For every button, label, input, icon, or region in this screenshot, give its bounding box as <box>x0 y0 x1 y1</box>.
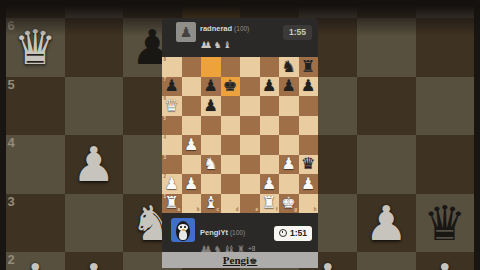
bg-square-b2: ♟ <box>65 252 124 270</box>
square-e2[interactable] <box>240 174 260 194</box>
rank-label-3: 3 <box>164 156 167 161</box>
square-f7[interactable]: ♟ <box>260 77 280 97</box>
piece-white-p-b2[interactable]: ♟ <box>184 176 198 192</box>
player-top-rating: (100) <box>234 25 249 32</box>
rank-label-1: 1 <box>164 195 167 200</box>
square-c1[interactable]: c♝ <box>201 194 221 214</box>
square-b7[interactable] <box>182 77 202 97</box>
square-a8[interactable]: 8 <box>162 57 182 77</box>
square-d2[interactable] <box>221 174 241 194</box>
bg-square-a4: 4 <box>6 135 65 194</box>
square-c2[interactable] <box>201 174 221 194</box>
square-f2[interactable]: ♟ <box>260 174 280 194</box>
piece-black-r-h8[interactable]: ♜ <box>301 59 315 75</box>
piece-white-p-a2[interactable]: ♟ <box>165 176 179 192</box>
square-b1[interactable]: b <box>182 194 202 214</box>
square-b5[interactable] <box>182 116 202 136</box>
bg-piece-black-q-h3: ♛ <box>423 199 466 247</box>
logo-strip: Pengi♚ <box>162 252 318 268</box>
captured-n-icon: ♞ <box>214 41 222 50</box>
square-g6[interactable] <box>279 96 299 116</box>
bg-square-g3: ♟ <box>357 194 416 253</box>
square-b6[interactable] <box>182 96 202 116</box>
piece-white-q-a6[interactable]: ♛ <box>165 98 179 114</box>
piece-white-p-b4[interactable]: ♟ <box>184 137 198 153</box>
square-c8[interactable] <box>201 57 221 77</box>
file-label-b: b <box>197 208 200 213</box>
bg-square-a5: 5 <box>6 77 65 136</box>
bg-piece-white-p-b2: ♟ <box>72 257 115 270</box>
bg-square-h2: ♟ <box>416 252 475 270</box>
square-d5[interactable] <box>221 116 241 136</box>
bg-square-a3: 3 <box>6 194 65 253</box>
rank-label-7: 7 <box>164 78 167 83</box>
piece-black-p-h7[interactable]: ♟ <box>301 78 315 94</box>
piece-black-p-c6[interactable]: ♟ <box>204 98 218 114</box>
square-f8[interactable] <box>260 57 280 77</box>
square-e7[interactable] <box>240 77 260 97</box>
square-g3[interactable]: ♟ <box>279 155 299 175</box>
piece-black-k-d7[interactable]: ♚ <box>223 78 237 94</box>
file-label-a: a <box>177 208 180 213</box>
square-c5[interactable] <box>201 116 221 136</box>
piece-white-r-f1[interactable]: ♜ <box>262 195 276 211</box>
square-f6[interactable] <box>260 96 280 116</box>
square-d8[interactable] <box>221 57 241 77</box>
bg-square-h4 <box>416 135 475 194</box>
square-f1[interactable]: f♜ <box>260 194 280 214</box>
square-e3[interactable] <box>240 155 260 175</box>
square-h5[interactable] <box>299 116 319 136</box>
square-d1[interactable]: d <box>221 194 241 214</box>
square-f3[interactable] <box>260 155 280 175</box>
piece-white-p-g3[interactable]: ♟ <box>282 156 296 172</box>
bg-piece-white-p-h2: ♟ <box>423 257 466 270</box>
square-c4[interactable] <box>201 135 221 155</box>
square-a3[interactable]: 3 <box>162 155 182 175</box>
game-card: ♟ radnerad(100) ♟♟♞♝ 1:55 8♞♜7♟♟♚♟♟♟6♛♟5… <box>162 18 318 252</box>
rank-label-6: 6 <box>164 97 167 102</box>
square-e4[interactable] <box>240 135 260 155</box>
square-e6[interactable] <box>240 96 260 116</box>
square-g2[interactable] <box>279 174 299 194</box>
bg-piece-white-p-a2: ♟ <box>14 257 57 270</box>
square-e8[interactable] <box>240 57 260 77</box>
square-d3[interactable] <box>221 155 241 175</box>
rank-label-8: 8 <box>164 58 167 63</box>
player-top-name: radnerad(100) <box>200 24 249 33</box>
captured-b-icon: ♝ <box>223 41 231 50</box>
bg-piece-white-p-g3: ♟ <box>365 199 408 247</box>
square-g7[interactable]: ♟ <box>279 77 299 97</box>
piece-black-p-g7[interactable]: ♟ <box>282 78 296 94</box>
player-bottom-rating: (100) <box>230 229 245 236</box>
square-d7[interactable]: ♚ <box>221 77 241 97</box>
square-h2[interactable]: ♟ <box>299 174 319 194</box>
square-a7[interactable]: 7♟ <box>162 77 182 97</box>
square-h8[interactable]: ♜ <box>299 57 319 77</box>
square-f4[interactable] <box>260 135 280 155</box>
chess-board: 8♞♜7♟♟♚♟♟♟6♛♟54♟3♞♟♛2♟♟♟♟1a♜bc♝def♜g♚h <box>162 57 318 213</box>
material-advantage: +8 <box>248 245 255 252</box>
clock-icon <box>279 229 287 237</box>
player-top-avatar[interactable]: ♟ <box>176 22 196 42</box>
square-h3[interactable]: ♛ <box>299 155 319 175</box>
rank-label-5: 5 <box>164 117 167 122</box>
square-a6[interactable]: 6♛ <box>162 96 182 116</box>
square-h7[interactable]: ♟ <box>299 77 319 97</box>
piece-black-n-g8[interactable]: ♞ <box>282 59 296 75</box>
square-a1[interactable]: 1a♜ <box>162 194 182 214</box>
square-d4[interactable] <box>221 135 241 155</box>
square-b8[interactable] <box>182 57 202 77</box>
bg-square-b3 <box>65 194 124 253</box>
square-h1[interactable]: h <box>299 194 319 214</box>
piece-white-n-c3[interactable]: ♞ <box>204 156 218 172</box>
square-c6[interactable]: ♟ <box>201 96 221 116</box>
square-b4[interactable]: ♟ <box>182 135 202 155</box>
player-bottom-clock: 1:51 <box>274 226 312 241</box>
captured-p-icon: ♟ <box>204 41 212 50</box>
bg-square-b5 <box>65 77 124 136</box>
square-e1[interactable]: e <box>240 194 260 214</box>
player-bottom-avatar[interactable] <box>171 218 195 242</box>
file-label-e: e <box>255 208 258 213</box>
file-label-g: g <box>294 208 297 213</box>
square-e5[interactable] <box>240 116 260 136</box>
piece-black-p-c7[interactable]: ♟ <box>204 78 218 94</box>
square-g8[interactable]: ♞ <box>279 57 299 77</box>
square-a2[interactable]: 2♟ <box>162 174 182 194</box>
square-a5[interactable]: 5 <box>162 116 182 136</box>
channel-logo: Pengi♚ <box>223 255 257 266</box>
square-g5[interactable] <box>279 116 299 136</box>
king-logo-icon: ♚ <box>249 256 257 266</box>
square-h4[interactable] <box>299 135 319 155</box>
player-top-captured-pieces: ♟♟♞♝ <box>200 35 231 51</box>
bg-square-g5 <box>357 77 416 136</box>
file-label-f: f <box>276 208 278 213</box>
piece-black-p-a7[interactable]: ♟ <box>165 78 179 94</box>
rank-label-5: 5 <box>8 78 15 91</box>
player-bottom-name: PengiYt(100) <box>200 228 245 237</box>
rank-label-2: 2 <box>164 175 167 180</box>
square-h6[interactable] <box>299 96 319 116</box>
bg-piece-white-p-b4: ♟ <box>72 140 115 188</box>
bg-square-b4: ♟ <box>65 135 124 194</box>
bg-square-a2: 2♟ <box>6 252 65 270</box>
square-d6[interactable] <box>221 96 241 116</box>
default-avatar-pawn-icon: ♟ <box>180 24 193 40</box>
rank-label-4: 4 <box>164 136 167 141</box>
player-top-clock: 1:55 <box>283 25 312 40</box>
square-a4[interactable]: 4 <box>162 135 182 155</box>
square-b3[interactable] <box>182 155 202 175</box>
piece-black-q-h3[interactable]: ♛ <box>301 156 315 172</box>
rank-label-3: 3 <box>8 195 15 208</box>
bg-square-h5 <box>416 77 475 136</box>
rank-label-4: 4 <box>8 136 15 149</box>
rank-label-2: 2 <box>8 253 15 266</box>
file-label-h: h <box>314 208 317 213</box>
piece-white-p-h2[interactable]: ♟ <box>301 176 315 192</box>
square-b2[interactable]: ♟ <box>182 174 202 194</box>
square-g4[interactable] <box>279 135 299 155</box>
square-f5[interactable] <box>260 116 280 136</box>
bg-square-g4 <box>357 135 416 194</box>
bg-square-g2 <box>357 252 416 270</box>
square-c3[interactable]: ♞ <box>201 155 221 175</box>
file-label-c: c <box>216 208 219 213</box>
square-g1[interactable]: g♚ <box>279 194 299 214</box>
piece-white-p-f2[interactable]: ♟ <box>262 176 276 192</box>
file-label-d: d <box>236 208 239 213</box>
bg-square-h3: ♛ <box>416 194 475 253</box>
piece-black-p-f7[interactable]: ♟ <box>262 78 276 94</box>
square-c7[interactable]: ♟ <box>201 77 221 97</box>
